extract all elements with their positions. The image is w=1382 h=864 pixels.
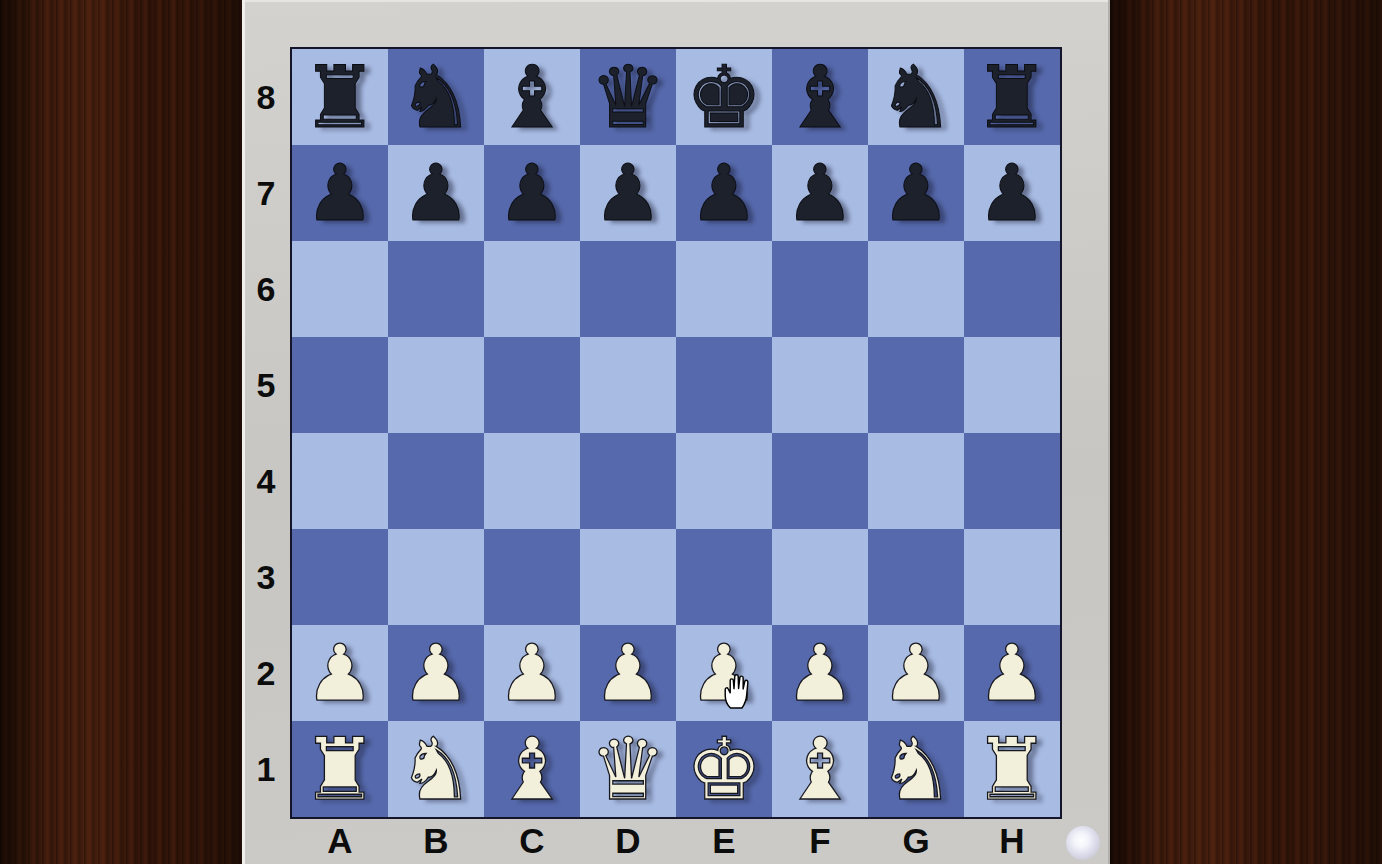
square-a2[interactable]: ♟ (292, 625, 388, 721)
square-f4[interactable] (772, 433, 868, 529)
piece-black-pawn[interactable]: ♟ (785, 145, 855, 241)
square-b2[interactable]: ♟ (388, 625, 484, 721)
square-g5[interactable] (868, 337, 964, 433)
file-label-b: B (388, 820, 484, 862)
file-label-g: G (868, 820, 964, 862)
file-label-d: D (580, 820, 676, 862)
square-f6[interactable] (772, 241, 868, 337)
piece-white-bishop[interactable]: ♝ (493, 721, 570, 817)
square-e4[interactable] (676, 433, 772, 529)
rank-label-3: 3 (242, 529, 290, 625)
file-label-e: E (676, 820, 772, 862)
square-a8[interactable]: ♜ (292, 49, 388, 145)
square-b3[interactable] (388, 529, 484, 625)
square-c8[interactable]: ♝ (484, 49, 580, 145)
square-a4[interactable] (292, 433, 388, 529)
square-d3[interactable] (580, 529, 676, 625)
square-g8[interactable]: ♞ (868, 49, 964, 145)
square-e6[interactable] (676, 241, 772, 337)
square-h4[interactable] (964, 433, 1060, 529)
piece-white-rook[interactable]: ♜ (301, 721, 378, 817)
square-h3[interactable] (964, 529, 1060, 625)
piece-white-pawn[interactable]: ♟ (593, 625, 663, 721)
square-d6[interactable] (580, 241, 676, 337)
piece-black-pawn[interactable]: ♟ (401, 145, 471, 241)
piece-black-pawn[interactable]: ♟ (305, 145, 375, 241)
square-f3[interactable] (772, 529, 868, 625)
square-c2[interactable]: ♟ (484, 625, 580, 721)
square-e8[interactable]: ♚ (676, 49, 772, 145)
square-h6[interactable] (964, 241, 1060, 337)
piece-black-knight[interactable]: ♞ (397, 49, 474, 145)
piece-white-knight[interactable]: ♞ (397, 721, 474, 817)
square-g1[interactable]: ♞ (868, 721, 964, 817)
square-d5[interactable] (580, 337, 676, 433)
square-b4[interactable] (388, 433, 484, 529)
piece-black-pawn[interactable]: ♟ (881, 145, 951, 241)
piece-white-pawn[interactable]: ♟ (305, 625, 375, 721)
square-c7[interactable]: ♟ (484, 145, 580, 241)
square-g2[interactable]: ♟ (868, 625, 964, 721)
piece-white-knight[interactable]: ♞ (877, 721, 954, 817)
square-e3[interactable] (676, 529, 772, 625)
piece-white-pawn[interactable]: ♟ (881, 625, 951, 721)
square-b1[interactable]: ♞ (388, 721, 484, 817)
square-d1[interactable]: ♛ (580, 721, 676, 817)
square-c6[interactable] (484, 241, 580, 337)
square-g4[interactable] (868, 433, 964, 529)
file-label-a: A (292, 820, 388, 862)
rank-label-7: 7 (242, 145, 290, 241)
square-a5[interactable] (292, 337, 388, 433)
file-labels: ABCDEFGH (292, 820, 1060, 862)
square-b6[interactable] (388, 241, 484, 337)
square-b8[interactable]: ♞ (388, 49, 484, 145)
square-d2[interactable]: ♟ (580, 625, 676, 721)
square-f5[interactable] (772, 337, 868, 433)
square-d8[interactable]: ♛ (580, 49, 676, 145)
rank-label-4: 4 (242, 433, 290, 529)
piece-white-pawn[interactable]: ♟ (977, 625, 1047, 721)
square-a1[interactable]: ♜ (292, 721, 388, 817)
piece-white-queen[interactable]: ♛ (589, 721, 666, 817)
square-f7[interactable]: ♟ (772, 145, 868, 241)
piece-black-pawn[interactable]: ♟ (689, 145, 759, 241)
piece-white-pawn[interactable]: ♟ (785, 625, 855, 721)
square-a7[interactable]: ♟ (292, 145, 388, 241)
piece-black-rook[interactable]: ♜ (301, 49, 378, 145)
square-c3[interactable] (484, 529, 580, 625)
square-f2[interactable]: ♟ (772, 625, 868, 721)
square-b5[interactable] (388, 337, 484, 433)
wood-background-right (1110, 0, 1382, 864)
piece-black-pawn[interactable]: ♟ (593, 145, 663, 241)
piece-white-pawn[interactable]: ♟ (497, 625, 567, 721)
piece-black-pawn[interactable]: ♟ (977, 145, 1047, 241)
piece-black-knight[interactable]: ♞ (877, 49, 954, 145)
square-e5[interactable] (676, 337, 772, 433)
rank-label-6: 6 (242, 241, 290, 337)
file-label-h: H (964, 820, 1060, 862)
square-d4[interactable] (580, 433, 676, 529)
piece-white-rook[interactable]: ♜ (973, 721, 1050, 817)
rank-label-8: 8 (242, 49, 290, 145)
file-label-f: F (772, 820, 868, 862)
wood-background-left (0, 0, 242, 864)
square-h7[interactable]: ♟ (964, 145, 1060, 241)
square-e7[interactable]: ♟ (676, 145, 772, 241)
square-h1[interactable]: ♜ (964, 721, 1060, 817)
rank-label-1: 1 (242, 721, 290, 817)
square-h8[interactable]: ♜ (964, 49, 1060, 145)
square-h5[interactable] (964, 337, 1060, 433)
piece-black-rook[interactable]: ♜ (973, 49, 1050, 145)
piece-black-bishop[interactable]: ♝ (493, 49, 570, 145)
square-d7[interactable]: ♟ (580, 145, 676, 241)
square-h2[interactable]: ♟ (964, 625, 1060, 721)
rank-label-5: 5 (242, 337, 290, 433)
square-g3[interactable] (868, 529, 964, 625)
piece-white-king[interactable]: ♚ (685, 721, 762, 817)
piece-white-pawn[interactable]: ♟ (401, 625, 471, 721)
piece-black-pawn[interactable]: ♟ (497, 145, 567, 241)
square-f8[interactable]: ♝ (772, 49, 868, 145)
square-a3[interactable] (292, 529, 388, 625)
status-orb (1066, 826, 1100, 860)
file-label-c: C (484, 820, 580, 862)
piece-white-bishop[interactable]: ♝ (781, 721, 858, 817)
piece-black-queen[interactable]: ♛ (589, 49, 666, 145)
rank-labels: 87654321 (242, 49, 290, 817)
square-b7[interactable]: ♟ (388, 145, 484, 241)
square-f1[interactable]: ♝ (772, 721, 868, 817)
piece-black-king[interactable]: ♚ (685, 49, 762, 145)
square-g6[interactable] (868, 241, 964, 337)
open-hand-cursor-icon (720, 671, 754, 711)
square-c1[interactable]: ♝ (484, 721, 580, 817)
square-g7[interactable]: ♟ (868, 145, 964, 241)
piece-black-bishop[interactable]: ♝ (781, 49, 858, 145)
square-c5[interactable] (484, 337, 580, 433)
chess-board: ♜♞♝♛♚♝♞♜♟♟♟♟♟♟♟♟♟♟♟♟♟♟♟♟♜♞♝♛♚♝♞♜ (290, 47, 1062, 819)
rank-label-2: 2 (242, 625, 290, 721)
square-e1[interactable]: ♚ (676, 721, 772, 817)
square-a6[interactable] (292, 241, 388, 337)
square-c4[interactable] (484, 433, 580, 529)
